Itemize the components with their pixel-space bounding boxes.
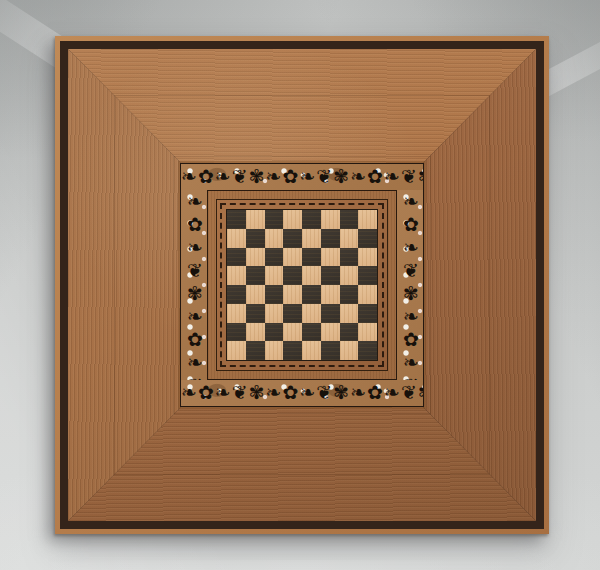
chess-square[interactable]: [265, 341, 284, 360]
chess-square[interactable]: [246, 285, 265, 304]
chess-square[interactable]: [246, 248, 265, 267]
chess-square[interactable]: [321, 210, 340, 229]
chess-square[interactable]: [246, 323, 265, 342]
chess-square[interactable]: [265, 266, 284, 285]
chess-square[interactable]: [265, 248, 284, 267]
chess-square[interactable]: [302, 323, 321, 342]
chess-square[interactable]: [340, 285, 359, 304]
chess-square[interactable]: [246, 266, 265, 285]
chess-square[interactable]: [302, 229, 321, 248]
chess-square[interactable]: [358, 285, 377, 304]
fabric-fold: [20, 560, 580, 570]
chess-square[interactable]: [227, 210, 246, 229]
chess-square[interactable]: [283, 304, 302, 323]
chess-square[interactable]: [302, 285, 321, 304]
chess-square[interactable]: [283, 323, 302, 342]
chess-square[interactable]: [321, 248, 340, 267]
chess-square[interactable]: [340, 248, 359, 267]
chess-square[interactable]: [283, 266, 302, 285]
chess-square[interactable]: [283, 210, 302, 229]
chess-square[interactable]: [340, 323, 359, 342]
chess-square[interactable]: [358, 323, 377, 342]
chess-square[interactable]: [321, 341, 340, 360]
chess-square[interactable]: [283, 341, 302, 360]
chess-square[interactable]: [265, 210, 284, 229]
chess-square[interactable]: [265, 304, 284, 323]
chess-square[interactable]: [246, 229, 265, 248]
chess-square[interactable]: [246, 304, 265, 323]
outer-wood-frame: ❧✿❧❦✾❧✿❧❦✾❧✿❧❦✾❧✿❧❦✾ ❧✿❧❦✾❧✿❧❦✾❧✿❧❦✾❧✿❧❦…: [68, 49, 536, 521]
chess-square[interactable]: [321, 304, 340, 323]
chess-square[interactable]: [340, 266, 359, 285]
chess-square[interactable]: [227, 285, 246, 304]
chess-square[interactable]: [358, 341, 377, 360]
chess-square[interactable]: [265, 229, 284, 248]
chess-square[interactable]: [246, 210, 265, 229]
chess-square[interactable]: [227, 323, 246, 342]
chess-square[interactable]: [321, 266, 340, 285]
chess-square[interactable]: [227, 248, 246, 267]
chess-square[interactable]: [302, 266, 321, 285]
chessboard-tray: ❧✿❧❦✾❧✿❧❦✾❧✿❧❦✾❧✿❧❦✾ ❧✿❧❦✾❧✿❧❦✾❧✿❧❦✾❧✿❧❦…: [55, 36, 549, 534]
chess-square[interactable]: [302, 304, 321, 323]
chess-square[interactable]: [358, 229, 377, 248]
inlay-strip-bottom: ❧✿❧❦✾❧✿❧❦✾❧✿❧❦✾❧✿❧❦✾: [181, 379, 423, 406]
chess-square[interactable]: [302, 341, 321, 360]
inlay-strip-top: ❧✿❧❦✾❧✿❧❦✾❧✿❧❦✾❧✿❧❦✾: [181, 164, 423, 191]
chess-square[interactable]: [265, 285, 284, 304]
chess-square[interactable]: [302, 210, 321, 229]
inlay-strip-left: ❧✿❧❦✾❧✿❧❦✾❧✿❧❦✾: [181, 190, 208, 380]
chess-square[interactable]: [227, 266, 246, 285]
chess-square[interactable]: [358, 248, 377, 267]
chess-square[interactable]: [283, 229, 302, 248]
chess-square[interactable]: [283, 248, 302, 267]
chess-square[interactable]: [321, 285, 340, 304]
chess-square[interactable]: [227, 341, 246, 360]
chess-square[interactable]: [321, 229, 340, 248]
chess-square[interactable]: [340, 304, 359, 323]
chess-square[interactable]: [340, 229, 359, 248]
chess-square[interactable]: [340, 210, 359, 229]
chess-square[interactable]: [265, 323, 284, 342]
rim-groove: ❧✿❧❦✾❧✿❧❦✾❧✿❧❦✾❧✿❧❦✾ ❧✿❧❦✾❧✿❧❦✾❧✿❧❦✾❧✿❧❦…: [60, 41, 544, 529]
chess-square[interactable]: [358, 304, 377, 323]
chess-square[interactable]: [340, 341, 359, 360]
chess-square[interactable]: [283, 285, 302, 304]
chess-square[interactable]: [358, 266, 377, 285]
chess-square[interactable]: [227, 229, 246, 248]
chess-square[interactable]: [321, 323, 340, 342]
chessboard: [227, 210, 377, 360]
inlay-strip-right: ❧✿❧❦✾❧✿❧❦✾❧✿❧❦✾: [396, 190, 423, 380]
chess-square[interactable]: [358, 210, 377, 229]
chess-square[interactable]: [246, 341, 265, 360]
chess-square[interactable]: [227, 304, 246, 323]
chess-square[interactable]: [302, 248, 321, 267]
